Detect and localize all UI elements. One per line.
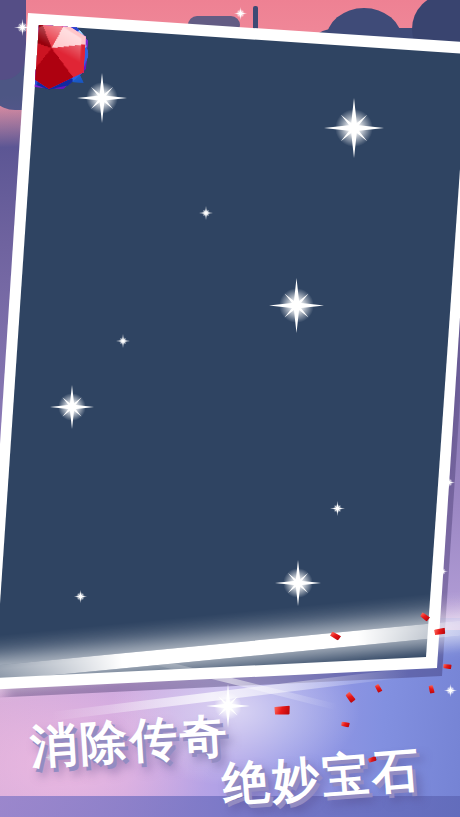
game-title-line1: 消除传奇 (28, 704, 231, 779)
sparkle (199, 206, 213, 220)
sparkle (444, 684, 457, 697)
sparkle (74, 590, 87, 603)
sparkle (269, 278, 324, 333)
sparkle (234, 7, 247, 20)
board-grid (0, 10, 460, 680)
sparkle (275, 560, 321, 606)
cloud-silhouette (0, 0, 26, 80)
sparkle (442, 476, 455, 489)
sparkle (77, 73, 127, 123)
sparkle (14, 19, 31, 36)
sparkle (324, 98, 384, 158)
sparkle (330, 501, 345, 516)
sparkle (116, 334, 130, 348)
sparkle (50, 385, 94, 429)
sparkle (437, 566, 448, 577)
game-screen: 消除传奇 绝妙宝石 (0, 0, 460, 817)
